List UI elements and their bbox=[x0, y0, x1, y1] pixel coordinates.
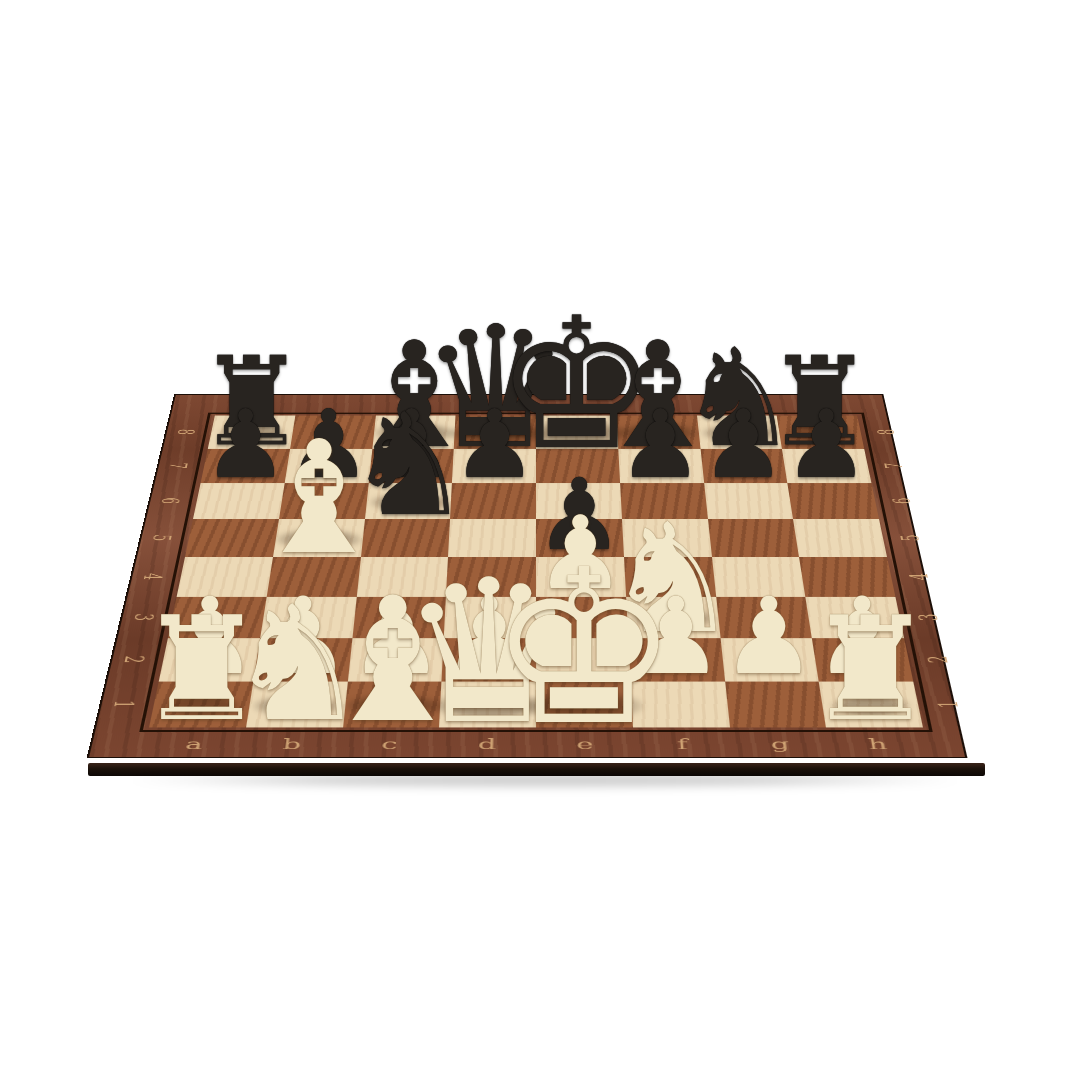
square-b8 bbox=[290, 416, 376, 449]
square-e7 bbox=[536, 449, 620, 484]
rank-label-left-5: 5 bbox=[144, 529, 178, 546]
square-h5 bbox=[793, 519, 887, 557]
square-b6 bbox=[279, 483, 369, 519]
square-d3 bbox=[444, 597, 536, 639]
square-a8 bbox=[208, 416, 295, 449]
square-b1 bbox=[246, 682, 348, 728]
rank-label-right-4: 4 bbox=[902, 568, 936, 586]
square-g5 bbox=[708, 519, 800, 557]
square-b7 bbox=[284, 449, 371, 484]
rank-label-right-1: 1 bbox=[930, 694, 967, 715]
file-label-a: a bbox=[168, 736, 220, 752]
square-a2 bbox=[159, 638, 260, 682]
square-f8 bbox=[616, 416, 700, 449]
square-g6 bbox=[704, 483, 794, 519]
rank-label-right-2: 2 bbox=[920, 650, 956, 670]
square-c8 bbox=[372, 416, 456, 449]
file-label-b: b bbox=[266, 736, 317, 752]
square-g8 bbox=[697, 416, 783, 449]
square-g1 bbox=[725, 682, 827, 728]
square-f6 bbox=[620, 483, 708, 519]
board-inner-line bbox=[139, 413, 932, 732]
square-c5 bbox=[361, 519, 451, 557]
board-floor-shadow bbox=[130, 772, 960, 788]
square-g4 bbox=[712, 557, 806, 597]
file-label-d: d bbox=[462, 736, 511, 752]
square-f3 bbox=[626, 597, 720, 639]
file-label-f: f bbox=[657, 736, 707, 752]
file-label-e: e bbox=[560, 736, 609, 752]
square-e5 bbox=[536, 519, 624, 557]
square-a4 bbox=[177, 557, 273, 597]
square-h7 bbox=[782, 449, 871, 484]
square-b3 bbox=[260, 597, 356, 639]
square-c6 bbox=[364, 483, 452, 519]
square-b4 bbox=[266, 557, 360, 597]
square-f4 bbox=[624, 557, 716, 597]
file-label-h: h bbox=[852, 736, 904, 752]
square-h3 bbox=[806, 597, 905, 639]
square-h1 bbox=[819, 682, 923, 728]
product-photo-chessboard: abcdefgh1122334455667788 ♜♝♛♚♝♞♜♟♟♟♟♟♟♟♞… bbox=[0, 0, 1080, 1080]
square-d7 bbox=[452, 449, 536, 484]
chess-board: abcdefgh1122334455667788 bbox=[87, 395, 985, 766]
rank-label-left-6: 6 bbox=[153, 493, 186, 509]
square-g3 bbox=[716, 597, 812, 639]
square-c2 bbox=[347, 638, 444, 682]
square-e6 bbox=[536, 483, 622, 519]
square-f7 bbox=[618, 449, 704, 484]
square-f5 bbox=[622, 519, 712, 557]
square-c7 bbox=[368, 449, 454, 484]
rank-label-left-2: 2 bbox=[115, 650, 151, 670]
rank-label-left-3: 3 bbox=[126, 608, 161, 627]
square-h6 bbox=[788, 483, 879, 519]
square-e3 bbox=[536, 597, 628, 639]
square-h2 bbox=[812, 638, 913, 682]
square-a1 bbox=[149, 682, 253, 728]
square-e2 bbox=[536, 638, 630, 682]
square-a3 bbox=[168, 597, 267, 639]
square-b2 bbox=[253, 638, 352, 682]
rank-label-left-8: 8 bbox=[170, 424, 201, 439]
file-label-g: g bbox=[755, 736, 806, 752]
board-grid bbox=[149, 416, 923, 728]
square-e8 bbox=[536, 416, 618, 449]
board-frame: abcdefgh1122334455667788 bbox=[89, 395, 965, 757]
square-a5 bbox=[185, 519, 279, 557]
square-d6 bbox=[450, 483, 536, 519]
square-d5 bbox=[448, 519, 536, 557]
square-e4 bbox=[536, 557, 626, 597]
square-b5 bbox=[273, 519, 365, 557]
square-d4 bbox=[446, 557, 536, 597]
square-d1 bbox=[439, 682, 536, 728]
rank-label-left-7: 7 bbox=[162, 458, 194, 474]
square-a6 bbox=[193, 483, 284, 519]
square-f2 bbox=[628, 638, 725, 682]
square-g2 bbox=[720, 638, 819, 682]
square-f1 bbox=[630, 682, 729, 728]
square-d8 bbox=[454, 416, 536, 449]
rank-label-left-1: 1 bbox=[105, 694, 142, 715]
square-e1 bbox=[536, 682, 633, 728]
rank-label-right-8: 8 bbox=[871, 424, 902, 439]
rank-label-right-5: 5 bbox=[894, 529, 928, 546]
square-g7 bbox=[700, 449, 787, 484]
square-c4 bbox=[356, 557, 448, 597]
rank-label-right-7: 7 bbox=[878, 458, 910, 474]
rank-label-right-6: 6 bbox=[886, 493, 919, 509]
square-h8 bbox=[777, 416, 864, 449]
rank-label-right-3: 3 bbox=[911, 608, 946, 627]
square-d2 bbox=[442, 638, 536, 682]
rank-label-left-4: 4 bbox=[135, 568, 169, 586]
square-c3 bbox=[352, 597, 446, 639]
square-a7 bbox=[201, 449, 290, 484]
square-c1 bbox=[343, 682, 442, 728]
square-h4 bbox=[799, 557, 895, 597]
file-label-c: c bbox=[364, 736, 414, 752]
